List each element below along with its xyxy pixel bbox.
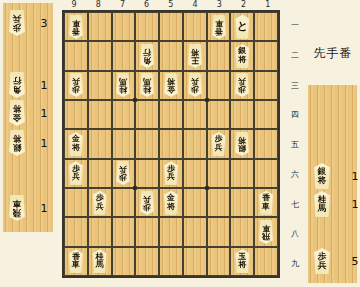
gote-piece-桂馬[interactable]: 桂馬 — [114, 73, 133, 97]
square-8-9[interactable]: 桂馬 — [88, 247, 112, 276]
square-4-7[interactable] — [183, 188, 207, 217]
square-3-8[interactable] — [207, 217, 231, 246]
sente-piece-歩兵[interactable]: 歩兵 — [209, 132, 228, 156]
square-9-2[interactable] — [64, 41, 88, 70]
sente-piece-と[interactable]: と — [233, 15, 252, 39]
hoshi-dot — [133, 186, 137, 190]
file-label-4: 4 — [183, 0, 207, 9]
square-2-8[interactable] — [230, 217, 254, 246]
square-7-8[interactable] — [112, 217, 136, 246]
gote-piece-香車[interactable]: 香車 — [209, 15, 228, 39]
gote-piece-銀将[interactable]: 銀将 — [233, 132, 252, 156]
square-9-4[interactable] — [64, 100, 88, 129]
square-3-9[interactable] — [207, 247, 231, 276]
square-7-1[interactable] — [112, 12, 136, 41]
gote-piece-香車[interactable]: 香車 — [66, 15, 85, 39]
square-6-7[interactable]: 歩兵 — [135, 188, 159, 217]
square-4-2[interactable]: 王将 — [183, 41, 207, 70]
square-5-7[interactable]: 金将 — [159, 188, 183, 217]
square-8-7[interactable]: 歩兵 — [88, 188, 112, 217]
square-7-4[interactable] — [112, 100, 136, 129]
square-4-1[interactable] — [183, 12, 207, 41]
square-2-3[interactable]: 歩兵 — [230, 71, 254, 100]
square-5-5[interactable] — [159, 129, 183, 158]
square-8-2[interactable] — [88, 41, 112, 70]
square-2-1[interactable]: と — [230, 12, 254, 41]
square-1-2[interactable] — [254, 41, 278, 70]
rank-label-3: 三 — [283, 80, 307, 91]
gote-piece-飛車[interactable]: 飛車 — [257, 220, 276, 244]
square-2-9[interactable]: 玉将 — [230, 247, 254, 276]
square-5-1[interactable] — [159, 12, 183, 41]
square-5-3[interactable]: 金将 — [159, 71, 183, 100]
file-label-8: 8 — [86, 0, 110, 9]
square-9-1[interactable]: 香車 — [64, 12, 88, 41]
square-3-2[interactable] — [207, 41, 231, 70]
square-3-3[interactable] — [207, 71, 231, 100]
square-4-9[interactable] — [183, 247, 207, 276]
gote-piece-王将[interactable]: 王将 — [185, 44, 204, 68]
sente-piece-歩兵[interactable]: 歩兵 — [161, 161, 180, 185]
file-label-9: 9 — [62, 0, 86, 9]
square-7-2[interactable] — [112, 41, 136, 70]
file-label-1: 1 — [256, 0, 280, 9]
sente-captured-stand: 銀将1桂馬1歩兵5 — [308, 85, 357, 283]
rank-label-9: 九 — [283, 258, 307, 269]
gote-piece-歩兵[interactable]: 歩兵 — [6, 10, 28, 36]
square-9-9[interactable]: 香車 — [64, 247, 88, 276]
square-8-1[interactable] — [88, 12, 112, 41]
square-4-6[interactable] — [183, 159, 207, 188]
square-1-6[interactable] — [254, 159, 278, 188]
sente-piece-桂馬[interactable]: 桂馬 — [311, 191, 333, 217]
square-9-7[interactable] — [64, 188, 88, 217]
gote-piece-歩兵[interactable]: 歩兵 — [233, 73, 252, 97]
sente-piece-香車[interactable]: 香車 — [257, 191, 276, 215]
sente-piece-歩兵[interactable]: 歩兵 — [90, 191, 109, 215]
square-1-8[interactable]: 飛車 — [254, 217, 278, 246]
gote-piece-金将[interactable]: 金将 — [6, 100, 28, 126]
sente-hand-count-銀将: 1 — [348, 170, 360, 183]
square-6-8[interactable] — [135, 217, 159, 246]
square-5-9[interactable] — [159, 247, 183, 276]
square-1-1[interactable] — [254, 12, 278, 41]
gote-piece-角行[interactable]: 角行 — [6, 72, 28, 98]
gote-hand-count-銀将: 1 — [37, 137, 51, 150]
square-3-7[interactable] — [207, 188, 231, 217]
sente-piece-金将[interactable]: 金将 — [161, 191, 180, 215]
square-6-4[interactable] — [135, 100, 159, 129]
hoshi-dot — [205, 98, 209, 102]
square-5-6[interactable]: 歩兵 — [159, 159, 183, 188]
gote-piece-歩兵[interactable]: 歩兵 — [138, 191, 157, 215]
square-8-6[interactable] — [88, 159, 112, 188]
gote-piece-角行[interactable]: 角行 — [138, 44, 157, 68]
file-label-2: 2 — [232, 0, 256, 9]
square-2-5[interactable]: 銀将 — [230, 129, 254, 158]
square-8-8[interactable] — [88, 217, 112, 246]
shogi-board[interactable]: 香車香車と角行王将銀将歩兵桂馬桂馬金将歩兵歩兵金将歩兵銀将歩兵歩兵歩兵歩兵歩兵金… — [62, 10, 280, 278]
gote-hand-count-飛車: 1 — [37, 202, 51, 215]
rank-label-1: 一 — [283, 20, 307, 31]
turn-indicator: 先手番 — [306, 45, 360, 62]
gote-hand-count-歩兵: 3 — [37, 17, 51, 30]
square-2-4[interactable] — [230, 100, 254, 129]
square-1-5[interactable] — [254, 129, 278, 158]
gote-piece-銀将[interactable]: 銀将 — [6, 130, 28, 156]
square-1-7[interactable]: 香車 — [254, 188, 278, 217]
gote-piece-歩兵[interactable]: 歩兵 — [114, 161, 133, 185]
gote-captured-stand: 歩兵3角行1金将1銀将1飛車1 — [3, 3, 53, 232]
gote-piece-飛車[interactable]: 飛車 — [6, 195, 28, 221]
rank-label-8: 八 — [283, 228, 307, 239]
square-9-8[interactable] — [64, 217, 88, 246]
square-3-6[interactable] — [207, 159, 231, 188]
square-9-6[interactable]: 歩兵 — [64, 159, 88, 188]
rank-label-6: 六 — [283, 169, 307, 180]
file-label-3: 3 — [207, 0, 231, 9]
sente-piece-歩兵[interactable]: 歩兵 — [311, 248, 333, 274]
sente-piece-桂馬[interactable]: 桂馬 — [90, 249, 109, 273]
square-4-3[interactable]: 歩兵 — [183, 71, 207, 100]
gote-hand-count-角行: 1 — [37, 79, 51, 92]
square-5-2[interactable] — [159, 41, 183, 70]
square-8-3[interactable] — [88, 71, 112, 100]
square-1-3[interactable] — [254, 71, 278, 100]
square-1-4[interactable] — [254, 100, 278, 129]
square-7-6[interactable]: 歩兵 — [112, 159, 136, 188]
shogi-app: 歩兵3角行1金将1銀将1飛車1 香車香車と角行王将銀将歩兵桂馬桂馬金将歩兵歩兵金… — [0, 0, 360, 287]
file-label-7: 7 — [110, 0, 134, 9]
sente-piece-歩兵[interactable]: 歩兵 — [66, 161, 85, 185]
hoshi-dot — [205, 186, 209, 190]
square-7-3[interactable]: 桂馬 — [112, 71, 136, 100]
square-1-9[interactable] — [254, 247, 278, 276]
square-6-3[interactable]: 桂馬 — [135, 71, 159, 100]
square-9-3[interactable]: 歩兵 — [64, 71, 88, 100]
rank-label-5: 五 — [283, 139, 307, 150]
square-3-1[interactable]: 香車 — [207, 12, 231, 41]
square-2-2[interactable]: 銀将 — [230, 41, 254, 70]
sente-hand-count-歩兵: 5 — [348, 255, 360, 268]
sente-piece-金将[interactable]: 金将 — [66, 132, 85, 156]
square-9-5[interactable]: 金将 — [64, 129, 88, 158]
sente-piece-銀将[interactable]: 銀将 — [233, 44, 252, 68]
gote-piece-桂馬[interactable]: 桂馬 — [138, 73, 157, 97]
square-6-1[interactable] — [135, 12, 159, 41]
rank-label-7: 七 — [283, 199, 307, 210]
gote-piece-歩兵[interactable]: 歩兵 — [66, 73, 85, 97]
gote-piece-歩兵[interactable]: 歩兵 — [185, 73, 204, 97]
square-6-6[interactable] — [135, 159, 159, 188]
hoshi-dot — [133, 98, 137, 102]
square-7-7[interactable] — [112, 188, 136, 217]
sente-piece-香車[interactable]: 香車 — [66, 249, 85, 273]
square-7-9[interactable] — [112, 247, 136, 276]
file-label-6: 6 — [135, 0, 159, 9]
square-5-8[interactable] — [159, 217, 183, 246]
square-4-8[interactable] — [183, 217, 207, 246]
file-label-5: 5 — [159, 0, 183, 9]
square-5-4[interactable] — [159, 100, 183, 129]
square-8-4[interactable] — [88, 100, 112, 129]
sente-piece-玉将[interactable]: 玉将 — [233, 249, 252, 273]
square-6-2[interactable]: 角行 — [135, 41, 159, 70]
sente-hand-count-桂馬: 1 — [348, 198, 360, 211]
square-7-5[interactable] — [112, 129, 136, 158]
square-4-5[interactable] — [183, 129, 207, 158]
rank-label-2: 二 — [283, 50, 307, 61]
rank-label-4: 四 — [283, 109, 307, 120]
square-6-5[interactable] — [135, 129, 159, 158]
gote-piece-金将[interactable]: 金将 — [161, 73, 180, 97]
square-3-4[interactable] — [207, 100, 231, 129]
square-4-4[interactable] — [183, 100, 207, 129]
square-2-7[interactable] — [230, 188, 254, 217]
square-8-5[interactable] — [88, 129, 112, 158]
square-6-9[interactable] — [135, 247, 159, 276]
square-3-5[interactable]: 歩兵 — [207, 129, 231, 158]
square-2-6[interactable] — [230, 159, 254, 188]
sente-piece-銀将[interactable]: 銀将 — [311, 163, 333, 189]
gote-hand-count-金将: 1 — [37, 107, 51, 120]
